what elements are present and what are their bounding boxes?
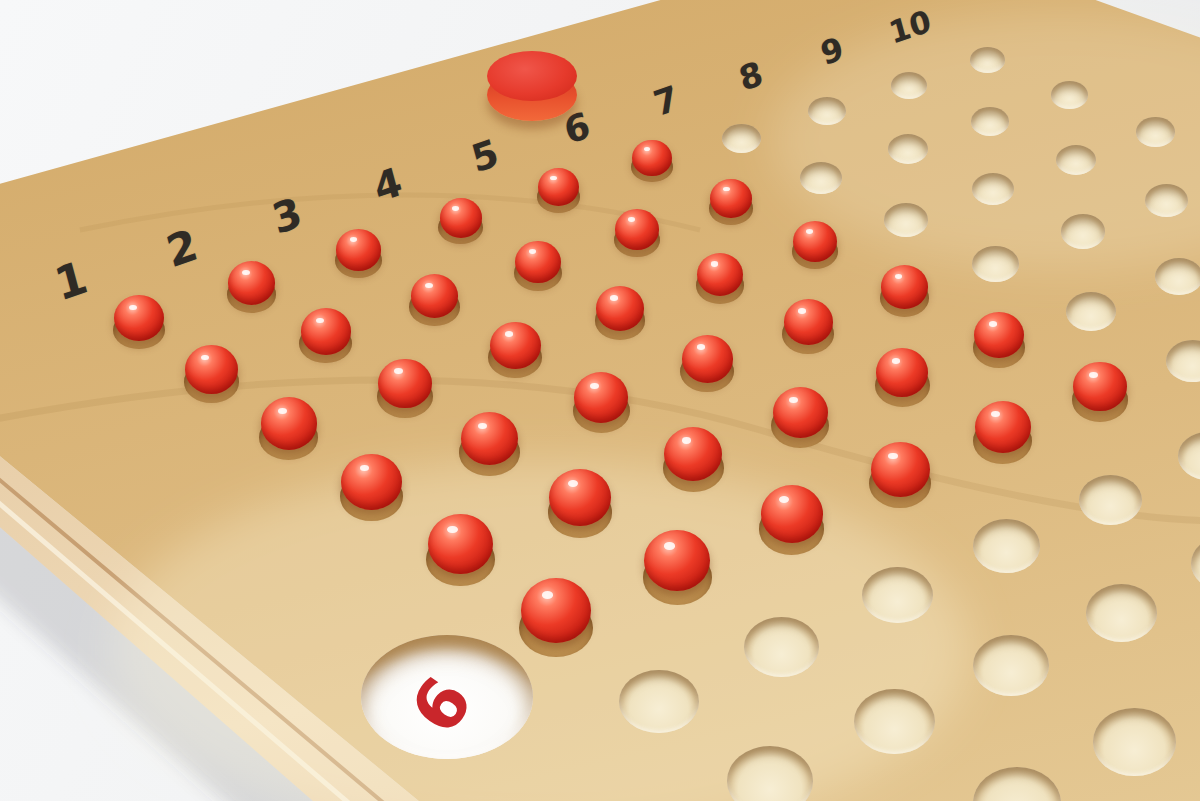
multiplicand-card-number[interactable]: 6 (395, 662, 488, 747)
multiplier-disc[interactable] (487, 51, 577, 123)
disc-top (487, 51, 577, 101)
photo-stage: 12345678910 6 (0, 0, 1200, 801)
multiplicand-window: 6 (361, 635, 533, 759)
